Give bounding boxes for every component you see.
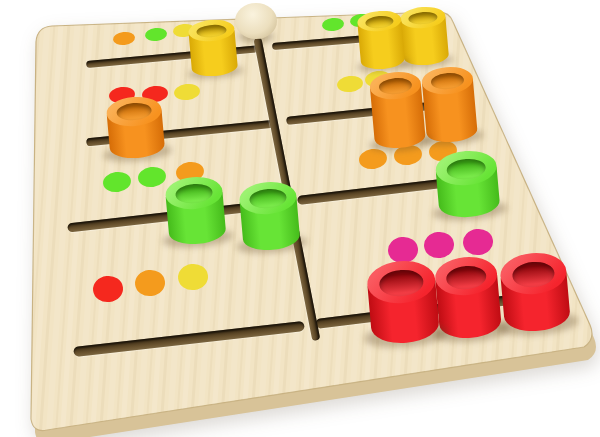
piece-green-1[interactable] (164, 175, 227, 247)
dot-orange (134, 269, 167, 298)
dot-pink (462, 228, 495, 257)
dot-yellow (177, 263, 210, 292)
piece-red-1[interactable] (366, 258, 441, 346)
dot-pink (423, 231, 456, 260)
piece-yellow-3[interactable] (400, 5, 450, 67)
piece-yellow-1[interactable] (188, 18, 239, 78)
dot-yellow (173, 82, 201, 101)
slot-row4-left (73, 321, 304, 357)
dot-yellow (336, 74, 364, 93)
board-scene (0, 0, 600, 437)
dot-red (92, 275, 125, 304)
piece-yellow-2[interactable] (357, 9, 406, 71)
dot-orange (112, 30, 135, 45)
product-photo-stage (0, 0, 600, 437)
piece-orange-1[interactable] (105, 95, 165, 161)
piece-green-3[interactable] (434, 148, 501, 219)
piece-orange-2[interactable] (369, 70, 426, 150)
piece-red-3[interactable] (499, 250, 572, 333)
dot-green (102, 170, 132, 193)
marble-ball[interactable] (235, 3, 277, 39)
piece-green-2[interactable] (238, 180, 301, 253)
dot-green (321, 16, 344, 31)
dot-green (137, 165, 167, 188)
dot-green (144, 26, 167, 41)
piece-orange-3[interactable] (421, 65, 478, 144)
